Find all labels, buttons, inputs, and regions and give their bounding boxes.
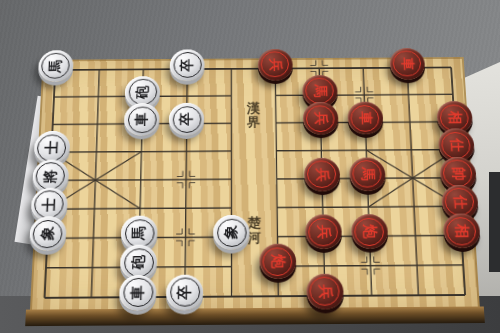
piece-character: 卒 — [180, 58, 194, 71]
river-label-hanjie: 漢界 — [245, 101, 262, 129]
piece-character: 卒 — [177, 285, 192, 300]
piece-ring: 帥 — [442, 160, 473, 187]
piece-black-soldier-c4r1[interactable]: 卒 — [170, 49, 205, 81]
piece-ring: 相 — [446, 217, 477, 245]
piece-ring: 兵 — [307, 160, 337, 187]
piece-ring: 仕 — [444, 188, 475, 216]
piece-ring: 兵 — [306, 105, 335, 132]
piece-ring: 卒 — [173, 52, 201, 78]
piece-red-chariot-c8r3[interactable]: 車 — [347, 102, 383, 135]
piece-ring: 象 — [217, 218, 247, 246]
piece-ring: 炮 — [263, 247, 293, 276]
piece-red-chariot-c9r1[interactable]: 車 — [389, 48, 425, 80]
piece-character: 兵 — [315, 167, 330, 181]
piece-red-cannon-c8r7[interactable]: 炮 — [351, 214, 389, 249]
piece-character: 兵 — [317, 284, 332, 299]
piece-character: 仕 — [448, 138, 463, 151]
board-grid — [30, 57, 480, 311]
piece-character: 仕 — [452, 195, 467, 209]
piece-character: 將 — [43, 169, 58, 183]
piece-ring: 馬 — [305, 78, 334, 104]
scene: 漢界 楚河 馬卒兵車砲馬車卒兵車相士仕將兵馬帥士仕象馬象兵炮相砲炮車卒兵 — [0, 0, 500, 333]
piece-ring: 車 — [392, 51, 421, 77]
piece-ring: 馬 — [124, 219, 154, 247]
piece-character: 砲 — [136, 86, 150, 99]
piece-red-soldier-c7r9[interactable]: 兵 — [306, 273, 344, 309]
piece-ring: 仕 — [441, 132, 471, 159]
piece-character: 炮 — [270, 254, 285, 268]
xiangqi-board[interactable]: 漢界 楚河 馬卒兵車砲馬車卒兵車相士仕將兵馬帥士仕象馬象兵炮相砲炮車卒兵 — [30, 57, 480, 311]
piece-ring: 砲 — [128, 79, 157, 105]
piece-ring: 相 — [439, 104, 469, 131]
piece-character: 車 — [400, 57, 415, 70]
board-front-edge — [25, 306, 485, 326]
piece-ring: 士 — [34, 191, 64, 219]
piece-character: 士 — [41, 198, 56, 212]
piece-character: 相 — [453, 224, 469, 238]
piece-red-horse-c8r5[interactable]: 馬 — [349, 157, 386, 191]
piece-ring: 兵 — [261, 51, 289, 77]
piece-character: 炮 — [362, 224, 377, 238]
piece-character: 兵 — [313, 112, 328, 125]
piece-ring: 卒 — [172, 106, 201, 133]
piece-character: 士 — [44, 141, 59, 155]
piece-ring: 車 — [128, 106, 157, 133]
piece-character: 砲 — [131, 255, 146, 269]
piece-character: 象 — [224, 225, 239, 239]
piece-character: 馬 — [360, 167, 375, 181]
piece-character: 馬 — [132, 226, 147, 240]
piece-ring: 馬 — [352, 160, 382, 187]
piece-black-horse-c1r1[interactable]: 馬 — [37, 50, 73, 82]
piece-character: 馬 — [48, 59, 63, 72]
piece-red-soldier-c7r7[interactable]: 兵 — [305, 214, 342, 249]
piece-black-elephant-c5r7[interactable]: 象 — [213, 215, 249, 250]
piece-red-soldier-c7r5[interactable]: 兵 — [304, 157, 341, 191]
piece-character: 卒 — [180, 112, 194, 125]
piece-character: 馬 — [313, 84, 327, 97]
board-wrap: 漢界 楚河 馬卒兵車砲馬車卒兵車相士仕將兵馬帥士仕象馬象兵炮相砲炮車卒兵 — [30, 57, 480, 311]
piece-red-soldier-c6r1[interactable]: 兵 — [258, 48, 293, 80]
piece-character: 車 — [135, 113, 150, 126]
dark-edge-object — [489, 172, 500, 272]
piece-character: 車 — [358, 111, 373, 124]
piece-character: 象 — [40, 226, 55, 240]
piece-ring: 將 — [35, 162, 65, 189]
piece-character: 兵 — [268, 58, 282, 71]
piece-ring: 兵 — [308, 218, 338, 246]
piece-ring: 士 — [37, 134, 67, 161]
piece-black-soldier-c4r9[interactable]: 卒 — [166, 274, 203, 310]
piece-character: 兵 — [316, 225, 331, 239]
piece-ring: 車 — [350, 105, 380, 132]
piece-ring: 象 — [32, 219, 63, 247]
piece-ring: 馬 — [41, 53, 70, 79]
piece-ring: 車 — [123, 278, 154, 307]
piece-character: 相 — [447, 111, 462, 124]
piece-ring: 卒 — [170, 278, 200, 307]
piece-ring: 砲 — [124, 248, 154, 277]
piece-red-soldier-c7r3[interactable]: 兵 — [303, 102, 339, 135]
piece-ring: 兵 — [310, 277, 341, 306]
piece-character: 帥 — [450, 166, 465, 180]
piece-character: 車 — [131, 285, 146, 300]
piece-ring: 炮 — [354, 217, 384, 245]
